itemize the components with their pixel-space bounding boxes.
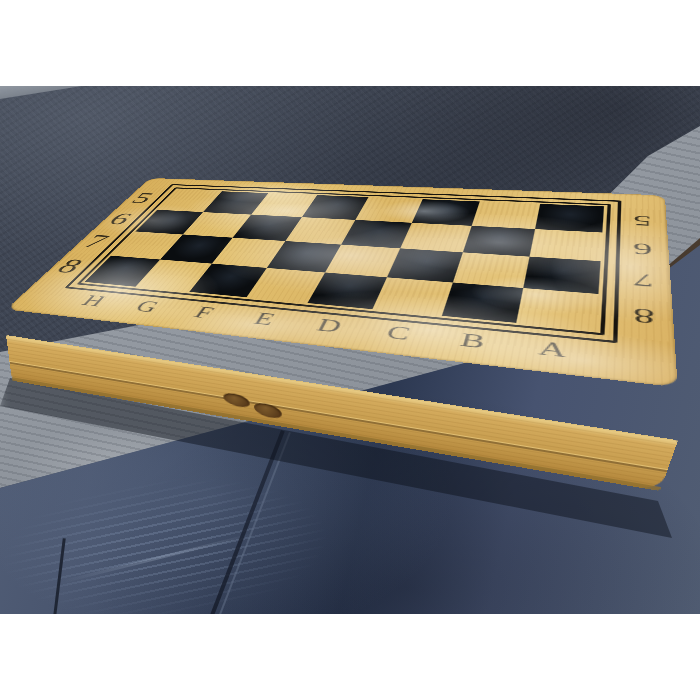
photo: 5678 5678 HGFEDCBA [0,86,700,614]
screenshot: 5678 5678 HGFEDCBA [0,0,700,700]
letterbox-top [0,0,700,86]
letterbox-bottom [0,614,700,700]
latch-notch [223,391,251,409]
latch-notch [253,400,283,420]
